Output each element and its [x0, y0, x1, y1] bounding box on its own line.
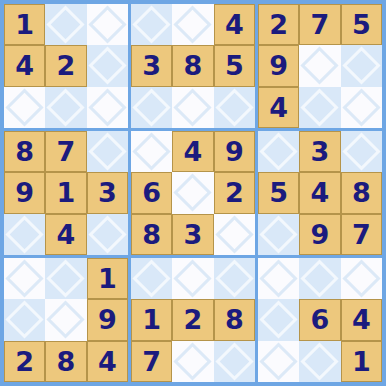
cell-r3c7: 4	[258, 87, 299, 128]
diamond-icon	[342, 260, 380, 298]
box-1-2: 354897	[258, 131, 382, 255]
cell-r2c5: 8	[172, 45, 213, 86]
cell-r7c7[interactable]	[258, 258, 299, 299]
cell-r6c5: 3	[172, 214, 213, 255]
box-0-2: 27594	[258, 4, 382, 128]
cell-r9c7[interactable]	[258, 341, 299, 382]
diamond-icon	[88, 215, 126, 253]
cell-r6c1[interactable]	[4, 214, 45, 255]
diamond-icon	[215, 260, 253, 298]
cell-r3c5[interactable]	[172, 87, 213, 128]
diamond-icon	[6, 301, 44, 339]
cell-r1c7: 2	[258, 4, 299, 45]
cell-r6c8: 9	[299, 214, 340, 255]
diamond-icon	[342, 47, 380, 85]
diamond-icon	[6, 215, 44, 253]
diamond-icon	[301, 342, 339, 380]
cell-r7c8[interactable]	[299, 258, 340, 299]
cell-r2c1: 4	[4, 45, 45, 86]
cell-r8c1[interactable]	[4, 299, 45, 340]
cell-r9c2: 8	[45, 341, 86, 382]
cell-r1c1: 1	[4, 4, 45, 45]
cell-r5c3: 3	[87, 172, 128, 213]
cell-r3c2[interactable]	[45, 87, 86, 128]
diamond-icon	[47, 260, 85, 298]
cell-r1c4[interactable]	[131, 4, 172, 45]
cell-r4c8: 3	[299, 131, 340, 172]
cell-r5c6: 2	[214, 172, 255, 213]
diamond-icon	[88, 133, 126, 171]
diamond-icon	[47, 88, 85, 126]
cell-r6c4: 8	[131, 214, 172, 255]
cell-r3c9[interactable]	[341, 87, 382, 128]
cell-r4c9[interactable]	[341, 131, 382, 172]
diamond-icon	[260, 301, 298, 339]
diamond-icon	[174, 342, 212, 380]
diamond-icon	[174, 88, 212, 126]
diamond-icon	[260, 260, 298, 298]
diamond-icon	[301, 88, 339, 126]
cell-r3c3[interactable]	[87, 87, 128, 128]
cell-r2c9[interactable]	[341, 45, 382, 86]
diamond-icon	[133, 6, 171, 44]
diamond-icon	[260, 215, 298, 253]
cell-r9c4: 7	[131, 341, 172, 382]
cell-r1c6: 4	[214, 4, 255, 45]
cell-r1c8: 7	[299, 4, 340, 45]
cell-r2c7: 9	[258, 45, 299, 86]
sudoku-board: 1424385275948791344962833548971928412876…	[0, 0, 386, 386]
cell-r5c9: 8	[341, 172, 382, 213]
cell-r3c6[interactable]	[214, 87, 255, 128]
box-0-0: 142	[4, 4, 128, 128]
diamond-icon	[174, 6, 212, 44]
cell-r7c3: 1	[87, 258, 128, 299]
diamond-icon	[133, 260, 171, 298]
diamond-icon	[342, 133, 380, 171]
cell-r1c3[interactable]	[87, 4, 128, 45]
box-2-1: 1287	[131, 258, 255, 382]
cell-r4c2: 7	[45, 131, 86, 172]
cell-r2c2: 2	[45, 45, 86, 86]
diamond-icon	[6, 88, 44, 126]
cell-r1c5[interactable]	[172, 4, 213, 45]
cell-r4c5: 4	[172, 131, 213, 172]
cell-r5c8: 4	[299, 172, 340, 213]
cell-r9c6[interactable]	[214, 341, 255, 382]
cell-r9c3: 4	[87, 341, 128, 382]
cell-r5c4: 6	[131, 172, 172, 213]
cell-r8c4: 1	[131, 299, 172, 340]
cell-r2c8[interactable]	[299, 45, 340, 86]
cell-r2c4: 3	[131, 45, 172, 86]
diamond-icon	[133, 88, 171, 126]
cell-r7c5[interactable]	[172, 258, 213, 299]
cell-r7c9[interactable]	[341, 258, 382, 299]
cell-r8c8: 6	[299, 299, 340, 340]
box-0-1: 4385	[131, 4, 255, 128]
box-1-1: 496283	[131, 131, 255, 255]
diamond-icon	[260, 342, 298, 380]
cell-r7c6[interactable]	[214, 258, 255, 299]
cell-r3c1[interactable]	[4, 87, 45, 128]
cell-r4c6: 9	[214, 131, 255, 172]
box-1-0: 879134	[4, 131, 128, 255]
cell-r6c3[interactable]	[87, 214, 128, 255]
diamond-icon	[174, 174, 212, 212]
cell-r4c7[interactable]	[258, 131, 299, 172]
diamond-icon	[88, 47, 126, 85]
cell-r8c7[interactable]	[258, 299, 299, 340]
cell-r9c8[interactable]	[299, 341, 340, 382]
cell-r9c9: 1	[341, 341, 382, 382]
cell-r2c6: 5	[214, 45, 255, 86]
cell-r8c9: 4	[341, 299, 382, 340]
diamond-icon	[301, 260, 339, 298]
diamond-icon	[6, 260, 44, 298]
cell-r4c1: 8	[4, 131, 45, 172]
cell-r8c2[interactable]	[45, 299, 86, 340]
cell-r5c7: 5	[258, 172, 299, 213]
diamond-icon	[47, 6, 85, 44]
cell-r9c5[interactable]	[172, 341, 213, 382]
cell-r3c8[interactable]	[299, 87, 340, 128]
cell-r7c1[interactable]	[4, 258, 45, 299]
diamond-icon	[215, 342, 253, 380]
cell-r8c3: 9	[87, 299, 128, 340]
diamond-icon	[88, 6, 126, 44]
diamond-icon	[174, 260, 212, 298]
cell-r5c1: 9	[4, 172, 45, 213]
cell-r1c2[interactable]	[45, 4, 86, 45]
cell-r5c2: 1	[45, 172, 86, 213]
cell-r6c7[interactable]	[258, 214, 299, 255]
cell-r8c5: 2	[172, 299, 213, 340]
cell-r6c6[interactable]	[214, 214, 255, 255]
diamond-icon	[342, 88, 380, 126]
diamond-icon	[260, 133, 298, 171]
box-2-0: 19284	[4, 258, 128, 382]
box-2-2: 641	[258, 258, 382, 382]
cell-r7c4[interactable]	[131, 258, 172, 299]
diamond-icon	[88, 88, 126, 126]
diamond-icon	[301, 47, 339, 85]
diamond-icon	[47, 301, 85, 339]
cell-r6c2: 4	[45, 214, 86, 255]
diamond-icon	[215, 88, 253, 126]
cell-r6c9: 7	[341, 214, 382, 255]
cell-r2c3[interactable]	[87, 45, 128, 86]
cell-r3c4[interactable]	[131, 87, 172, 128]
diamond-icon	[215, 215, 253, 253]
cell-r8c6: 8	[214, 299, 255, 340]
cell-r1c9: 5	[341, 4, 382, 45]
diamond-icon	[133, 133, 171, 171]
cell-r4c4[interactable]	[131, 131, 172, 172]
cell-r4c3[interactable]	[87, 131, 128, 172]
cell-r5c5[interactable]	[172, 172, 213, 213]
cell-r7c2[interactable]	[45, 258, 86, 299]
cell-r9c1: 2	[4, 341, 45, 382]
